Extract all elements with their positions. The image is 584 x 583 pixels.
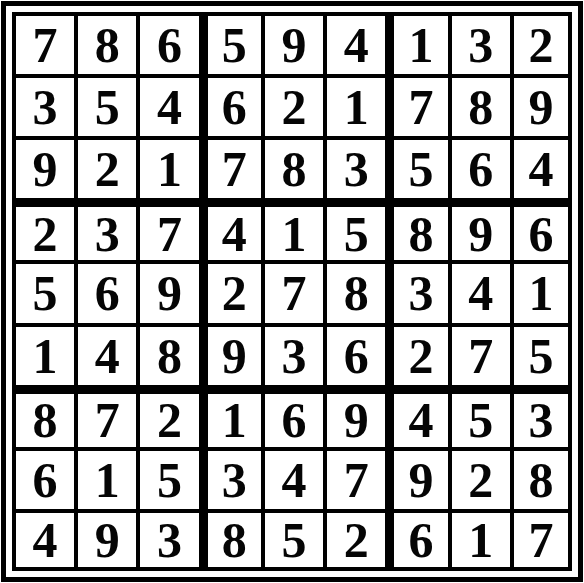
cell-r7c5[interactable]: 6: [261, 385, 323, 447]
cell-r3c2[interactable]: 2: [74, 136, 136, 198]
cell-digit: 4: [222, 209, 247, 259]
cell-digit: 5: [344, 209, 369, 259]
cell-r5c6[interactable]: 8: [323, 260, 385, 322]
cell-digit: 4: [528, 144, 553, 194]
cell-r9c2[interactable]: 9: [74, 509, 136, 571]
cell-r2c1[interactable]: 3: [12, 74, 74, 136]
cell-r3c8[interactable]: 6: [448, 136, 510, 198]
cell-digit: 4: [281, 455, 306, 505]
cell-digit: 9: [157, 268, 182, 318]
cell-digit: 1: [408, 20, 433, 70]
cell-digit: 5: [95, 82, 120, 132]
cell-digit: 6: [281, 395, 306, 445]
cell-r2c5[interactable]: 2: [261, 74, 323, 136]
cell-digit: 5: [222, 20, 247, 70]
cell-r1c7[interactable]: 1: [385, 12, 447, 74]
sudoku-board-frame: 7865941323546217899217835642374158965692…: [1, 1, 583, 582]
cell-r3c4[interactable]: 7: [199, 136, 261, 198]
cell-digit: 9: [281, 20, 306, 70]
cell-r7c4[interactable]: 1: [199, 385, 261, 447]
cell-digit: 2: [157, 395, 182, 445]
cell-r9c8[interactable]: 1: [448, 509, 510, 571]
cell-r1c9[interactable]: 2: [510, 12, 572, 74]
cell-r8c8[interactable]: 2: [448, 447, 510, 509]
cell-r7c6[interactable]: 9: [323, 385, 385, 447]
cell-r8c5[interactable]: 4: [261, 447, 323, 509]
cell-digit: 8: [344, 268, 369, 318]
cell-r9c1[interactable]: 4: [12, 509, 74, 571]
cell-digit: 4: [33, 515, 58, 565]
cell-digit: 8: [222, 515, 247, 565]
cell-r7c3[interactable]: 2: [136, 385, 198, 447]
cell-digit: 3: [468, 20, 493, 70]
cell-r2c7[interactable]: 7: [385, 74, 447, 136]
cell-digit: 9: [528, 82, 553, 132]
cell-digit: 1: [344, 82, 369, 132]
cell-digit: 7: [528, 515, 553, 565]
cell-r6c5[interactable]: 3: [261, 323, 323, 385]
cell-r4c8[interactable]: 9: [448, 198, 510, 260]
cell-r4c9[interactable]: 6: [510, 198, 572, 260]
cell-digit: 3: [95, 209, 120, 259]
cell-r1c6[interactable]: 4: [323, 12, 385, 74]
cell-digit: 1: [528, 268, 553, 318]
cell-digit: 6: [344, 331, 369, 381]
cell-r7c7[interactable]: 4: [385, 385, 447, 447]
cell-digit: 9: [344, 395, 369, 445]
cell-digit: 6: [408, 515, 433, 565]
cell-digit: 6: [222, 82, 247, 132]
cell-r7c2[interactable]: 7: [74, 385, 136, 447]
cell-digit: 2: [222, 268, 247, 318]
cell-digit: 8: [281, 144, 306, 194]
cell-digit: 2: [344, 515, 369, 565]
cell-digit: 5: [281, 515, 306, 565]
cell-digit: 2: [95, 144, 120, 194]
cell-digit: 4: [468, 268, 493, 318]
cell-r4c1[interactable]: 2: [12, 198, 74, 260]
cell-digit: 9: [95, 515, 120, 565]
cell-digit: 7: [33, 20, 58, 70]
cell-r3c3[interactable]: 1: [136, 136, 198, 198]
cell-r3c9[interactable]: 4: [510, 136, 572, 198]
cell-r6c3[interactable]: 8: [136, 323, 198, 385]
cell-r5c5[interactable]: 7: [261, 260, 323, 322]
cell-r8c3[interactable]: 5: [136, 447, 198, 509]
cell-r9c5[interactable]: 5: [261, 509, 323, 571]
cell-r4c2[interactable]: 3: [74, 198, 136, 260]
cell-digit: 7: [281, 268, 306, 318]
cell-r6c4[interactable]: 9: [199, 323, 261, 385]
cell-r6c7[interactable]: 2: [385, 323, 447, 385]
cell-r1c8[interactable]: 3: [448, 12, 510, 74]
cell-digit: 1: [157, 144, 182, 194]
cell-r2c8[interactable]: 8: [448, 74, 510, 136]
cell-digit: 9: [222, 331, 247, 381]
cell-digit: 1: [468, 515, 493, 565]
cell-digit: 4: [157, 82, 182, 132]
cell-digit: 3: [157, 515, 182, 565]
cell-r9c3[interactable]: 3: [136, 509, 198, 571]
cell-digit: 1: [33, 331, 58, 381]
cell-r4c3[interactable]: 7: [136, 198, 198, 260]
cell-digit: 1: [222, 395, 247, 445]
cell-digit: 3: [33, 82, 58, 132]
cell-r9c6[interactable]: 2: [323, 509, 385, 571]
cell-digit: 8: [33, 395, 58, 445]
cell-r5c2[interactable]: 6: [74, 260, 136, 322]
cell-digit: 9: [408, 455, 433, 505]
cell-r6c1[interactable]: 1: [12, 323, 74, 385]
cell-digit: 5: [157, 455, 182, 505]
cell-digit: 2: [33, 209, 58, 259]
cell-r9c9[interactable]: 7: [510, 509, 572, 571]
cell-r7c9[interactable]: 3: [510, 385, 572, 447]
cell-digit: 9: [468, 209, 493, 259]
cell-digit: 6: [95, 268, 120, 318]
cell-r3c1[interactable]: 9: [12, 136, 74, 198]
cell-digit: 2: [281, 82, 306, 132]
cell-digit: 3: [222, 455, 247, 505]
cell-r4c4[interactable]: 4: [199, 198, 261, 260]
cell-r3c6[interactable]: 3: [323, 136, 385, 198]
cell-digit: 2: [408, 331, 433, 381]
cell-digit: 7: [95, 395, 120, 445]
cell-r2c2[interactable]: 5: [74, 74, 136, 136]
cell-r4c5[interactable]: 1: [261, 198, 323, 260]
cell-r8c7[interactable]: 9: [385, 447, 447, 509]
cell-digit: 1: [281, 209, 306, 259]
cell-r2c4[interactable]: 6: [199, 74, 261, 136]
cell-digit: 8: [157, 331, 182, 381]
cell-r3c7[interactable]: 5: [385, 136, 447, 198]
cell-r1c2[interactable]: 8: [74, 12, 136, 74]
cell-digit: 9: [33, 144, 58, 194]
cell-r2c9[interactable]: 9: [510, 74, 572, 136]
cell-r7c1[interactable]: 8: [12, 385, 74, 447]
cell-digit: 5: [33, 268, 58, 318]
cell-digit: 5: [528, 331, 553, 381]
cell-digit: 3: [528, 395, 553, 445]
cell-r9c7[interactable]: 6: [385, 509, 447, 571]
cell-r6c6[interactable]: 6: [323, 323, 385, 385]
cell-digit: 8: [468, 82, 493, 132]
cell-digit: 6: [157, 20, 182, 70]
cell-digit: 7: [157, 209, 182, 259]
cell-digit: 1: [95, 455, 120, 505]
cell-r2c3[interactable]: 4: [136, 74, 198, 136]
cell-r9c4[interactable]: 8: [199, 509, 261, 571]
cell-r1c5[interactable]: 9: [261, 12, 323, 74]
cell-digit: 2: [468, 455, 493, 505]
cell-digit: 3: [408, 268, 433, 318]
cell-r7c8[interactable]: 5: [448, 385, 510, 447]
cell-digit: 3: [281, 331, 306, 381]
cell-r8c9[interactable]: 8: [510, 447, 572, 509]
cell-digit: 5: [408, 144, 433, 194]
cell-r1c3[interactable]: 6: [136, 12, 198, 74]
cell-r6c9[interactable]: 5: [510, 323, 572, 385]
cell-r5c7[interactable]: 3: [385, 260, 447, 322]
cell-r5c8[interactable]: 4: [448, 260, 510, 322]
cell-r3c5[interactable]: 8: [261, 136, 323, 198]
cell-r1c4[interactable]: 5: [199, 12, 261, 74]
cell-digit: 8: [408, 209, 433, 259]
cell-r8c6[interactable]: 7: [323, 447, 385, 509]
cell-r4c7[interactable]: 8: [385, 198, 447, 260]
cell-r5c3[interactable]: 9: [136, 260, 198, 322]
cell-r5c1[interactable]: 5: [12, 260, 74, 322]
cell-digit: 8: [528, 455, 553, 505]
cell-r1c1[interactable]: 7: [12, 12, 74, 74]
cell-digit: 5: [468, 395, 493, 445]
cell-r8c4[interactable]: 3: [199, 447, 261, 509]
cell-digit: 8: [95, 20, 120, 70]
cell-r8c2[interactable]: 1: [74, 447, 136, 509]
sudoku-grid: 7865941323546217899217835642374158965692…: [12, 12, 572, 571]
cell-digit: 7: [468, 331, 493, 381]
cell-digit: 2: [528, 20, 553, 70]
cell-r8c1[interactable]: 6: [12, 447, 74, 509]
cell-digit: 7: [408, 82, 433, 132]
cell-r5c9[interactable]: 1: [510, 260, 572, 322]
cell-r6c2[interactable]: 4: [74, 323, 136, 385]
cell-r2c6[interactable]: 1: [323, 74, 385, 136]
cell-digit: 6: [528, 209, 553, 259]
cell-r4c6[interactable]: 5: [323, 198, 385, 260]
cell-digit: 7: [222, 144, 247, 194]
cell-r6c8[interactable]: 7: [448, 323, 510, 385]
cell-digit: 7: [344, 455, 369, 505]
cell-digit: 4: [344, 20, 369, 70]
cell-digit: 4: [408, 395, 433, 445]
cell-digit: 3: [344, 144, 369, 194]
cell-r5c4[interactable]: 2: [199, 260, 261, 322]
cell-digit: 6: [33, 455, 58, 505]
cell-digit: 6: [468, 144, 493, 194]
cell-digit: 4: [95, 331, 120, 381]
